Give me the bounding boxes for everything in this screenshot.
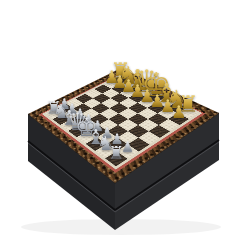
chess-set-photo: ♜♞♝♛♚♝♞♜♟♟♟♟♟♟♟♟♟♟♟♟♟♟♟♟♜♞♝♛♚♝♞♜	[0, 0, 240, 240]
